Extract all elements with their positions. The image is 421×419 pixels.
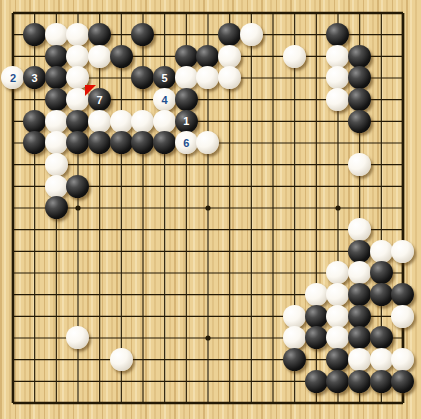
stone-white [348,261,371,284]
stone-black [370,261,393,284]
stone-white [218,66,241,89]
stone-white [283,45,306,68]
stone-black [326,23,349,46]
stone-white [370,240,393,263]
move-number-label: 3 [23,66,46,89]
stone-black [45,88,68,111]
stone-white [283,326,306,349]
stone-white [88,45,111,68]
stone-white [153,110,176,133]
stone-black [66,175,89,198]
stone-white [218,45,241,68]
stone-white [45,23,68,46]
stone-black [88,131,111,154]
stone-white [88,110,111,133]
stone-black [326,370,349,393]
stone-black [391,283,414,306]
stone-black [110,131,133,154]
stone-black [348,240,371,263]
stone-black [370,370,393,393]
stone-white [391,240,414,263]
stone-black [153,131,176,154]
stone-black [175,45,198,68]
stone-white [348,153,371,176]
stone-black [66,110,89,133]
stone-white [131,110,154,133]
stone-black [110,45,133,68]
stone-black [283,348,306,371]
stone-white: 4 [153,88,176,111]
stone-white [45,153,68,176]
stone-white [45,175,68,198]
stone-black [348,88,371,111]
stone-white: 6 [175,131,198,154]
stone-white [66,23,89,46]
stone-white [283,305,306,328]
stone-black: 5 [153,66,176,89]
stone-black [370,326,393,349]
stone-white [240,23,263,46]
stone-black [305,370,328,393]
stone-black [305,326,328,349]
stone-white [326,326,349,349]
stone-white [110,348,133,371]
stone-white [175,66,198,89]
stone-white [326,66,349,89]
stone-black [348,326,371,349]
stone-black [131,23,154,46]
stone-white [326,88,349,111]
stone-white [326,261,349,284]
move-number-label: 6 [175,131,198,154]
stone-white [391,348,414,371]
go-board[interactable]: 2357416 [0,0,421,419]
stone-black: 3 [23,66,46,89]
stone-white [326,283,349,306]
stone-black [218,23,241,46]
stone-white [66,326,89,349]
stone-black [23,110,46,133]
stone-white [348,348,371,371]
stone-black [348,370,371,393]
stone-black [23,23,46,46]
last-move-triangle-marker [85,85,96,96]
stone-black [326,348,349,371]
stone-white [45,131,68,154]
stone-black [175,88,198,111]
stone-black [348,110,371,133]
stone-black [45,66,68,89]
stone-white [196,131,219,154]
move-number-label: 1 [175,110,198,133]
stone-white [196,66,219,89]
move-number-label: 2 [1,66,24,89]
stone-white: 2 [1,66,24,89]
move-number-label: 4 [153,88,176,111]
stone-black [370,283,393,306]
stone-black [45,45,68,68]
stone-black [45,196,68,219]
stone-black [88,23,111,46]
stone-black [348,305,371,328]
stone-black [23,131,46,154]
stone-black: 7 [88,88,111,111]
stone-black [131,66,154,89]
stone-black [348,66,371,89]
stone-black [66,131,89,154]
stone-white [305,283,328,306]
stone-black [348,45,371,68]
stone-black [391,370,414,393]
stone-black [196,45,219,68]
stone-white [45,110,68,133]
stone-black: 1 [175,110,198,133]
stone-black [305,305,328,328]
stone-white [326,45,349,68]
stone-white [370,348,393,371]
stone-white [110,110,133,133]
move-number-label: 5 [153,66,176,89]
stones-grid: 2357416 [2,2,413,413]
stone-black [348,283,371,306]
stone-white [348,218,371,241]
stone-white [66,45,89,68]
stone-white [391,305,414,328]
stone-white [326,305,349,328]
stone-black [131,131,154,154]
